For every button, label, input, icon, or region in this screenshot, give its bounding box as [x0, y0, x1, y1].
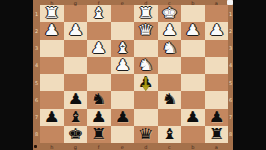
board-frame: ♜♝♜♚♟♟♛♟♟♟♟♝♞♟♞♟♟♞♞♟♝♟♟♟♟♚♜♛♝♜ 112233445…: [33, 0, 233, 150]
square-f1[interactable]: ♝: [87, 5, 111, 22]
rank-label-left-4: 4: [35, 63, 38, 68]
file-label-bottom-c: c: [168, 144, 171, 149]
square-a7[interactable]: ♟: [205, 109, 229, 126]
square-b5[interactable]: [181, 74, 205, 91]
white-pawn-c2-icon[interactable]: ♟: [161, 22, 177, 39]
square-h6[interactable]: [40, 91, 64, 108]
file-label-bottom-g: g: [74, 144, 77, 149]
square-d5[interactable]: ♟: [134, 74, 158, 91]
file-label-top-g: g: [74, 1, 77, 6]
chess-video-frame: ♜♝♜♚♟♟♛♟♟♟♟♝♞♟♞♟♟♞♞♟♝♟♟♟♟♚♜♛♝♜ 112233445…: [0, 0, 266, 150]
file-label-bottom-d: d: [144, 144, 147, 149]
rank-label-left-3: 3: [35, 46, 38, 51]
white-bishop-f1-icon[interactable]: ♝: [91, 5, 107, 22]
file-label-bottom-h: h: [50, 144, 53, 149]
square-a1[interactable]: [205, 5, 229, 22]
black-pawn-f7-icon[interactable]: ♟: [91, 109, 107, 126]
file-label-top-b: b: [191, 1, 194, 6]
square-h8[interactable]: [40, 126, 64, 143]
square-g6[interactable]: ♟: [64, 91, 88, 108]
file-label-bottom-b: b: [191, 144, 194, 149]
square-g8[interactable]: ♚: [64, 126, 88, 143]
square-e1[interactable]: [111, 5, 135, 22]
white-pawn-f3-icon[interactable]: ♟: [91, 40, 107, 57]
file-label-top-e: e: [121, 1, 124, 6]
file-label-bottom-a: a: [215, 144, 218, 149]
black-bishop-c8-icon[interactable]: ♝: [161, 126, 177, 143]
square-b1[interactable]: [181, 5, 205, 22]
rank-label-left-2: 2: [35, 28, 38, 33]
file-label-top-a: a: [215, 1, 218, 6]
square-h7[interactable]: ♟: [40, 109, 64, 126]
square-b3[interactable]: [181, 40, 205, 57]
black-knight-c6-icon[interactable]: ♞: [161, 91, 177, 108]
square-a5[interactable]: [205, 74, 229, 91]
black-pawn-a7-icon[interactable]: ♟: [208, 109, 224, 126]
square-e2[interactable]: [111, 22, 135, 39]
square-g5[interactable]: [64, 74, 88, 91]
square-b6[interactable]: [181, 91, 205, 108]
square-c1[interactable]: ♚: [158, 5, 182, 22]
file-label-top-f: f: [98, 1, 100, 6]
square-e3[interactable]: ♝: [111, 40, 135, 57]
rank-label-right-5: 5: [229, 80, 232, 85]
white-rook-d1-icon[interactable]: ♜: [138, 5, 154, 22]
white-king-c1-icon[interactable]: ♚: [161, 5, 177, 22]
square-b2[interactable]: ♟: [181, 22, 205, 39]
square-b7[interactable]: ♟: [181, 109, 205, 126]
rank-label-right-4: 4: [229, 63, 232, 68]
square-c7[interactable]: [158, 109, 182, 126]
white-pawn-e4-icon[interactable]: ♟: [114, 57, 130, 74]
square-d3[interactable]: [134, 40, 158, 57]
square-c5[interactable]: [158, 74, 182, 91]
square-g4[interactable]: [64, 57, 88, 74]
rank-label-right-3: 3: [229, 46, 232, 51]
square-d2[interactable]: ♛: [134, 22, 158, 39]
square-h2[interactable]: ♟: [40, 22, 64, 39]
square-d6[interactable]: [134, 91, 158, 108]
square-f3[interactable]: ♟: [87, 40, 111, 57]
square-f5[interactable]: [87, 74, 111, 91]
square-c3[interactable]: ♞: [158, 40, 182, 57]
square-d8[interactable]: ♛: [134, 126, 158, 143]
square-f8[interactable]: ♜: [87, 126, 111, 143]
square-h1[interactable]: ♜: [40, 5, 64, 22]
rank-label-right-7: 7: [229, 115, 232, 120]
file-label-top-d: d: [144, 1, 147, 6]
white-bishop-e3-icon[interactable]: ♝: [114, 40, 130, 57]
file-label-bottom-f: f: [98, 144, 100, 149]
square-h5[interactable]: [40, 74, 64, 91]
file-label-bottom-e: e: [121, 144, 124, 149]
white-rook-h1-icon[interactable]: ♜: [44, 5, 60, 22]
black-knight-f6-icon[interactable]: ♞: [91, 91, 107, 108]
square-b8[interactable]: [181, 126, 205, 143]
square-g1[interactable]: [64, 5, 88, 22]
square-a2[interactable]: ♟: [205, 22, 229, 39]
square-c6[interactable]: ♞: [158, 91, 182, 108]
corner-icon: [227, 0, 233, 5]
square-c8[interactable]: ♝: [158, 126, 182, 143]
square-d7[interactable]: [134, 109, 158, 126]
square-e5[interactable]: [111, 74, 135, 91]
square-c2[interactable]: ♟: [158, 22, 182, 39]
square-d4[interactable]: ♞: [134, 57, 158, 74]
black-rook-a8-icon[interactable]: ♜: [208, 126, 224, 143]
rank-label-right-8: 8: [229, 132, 232, 137]
square-f7[interactable]: ♟: [87, 109, 111, 126]
square-b4[interactable]: [181, 57, 205, 74]
black-king-g8-icon[interactable]: ♚: [67, 126, 83, 143]
square-c4[interactable]: [158, 57, 182, 74]
white-pawn-h2-icon[interactable]: ♟: [44, 22, 60, 39]
black-queen-d8-icon[interactable]: ♛: [138, 126, 154, 143]
black-pawn-d5-icon[interactable]: ♟: [138, 74, 154, 91]
square-a4[interactable]: [205, 57, 229, 74]
white-knight-c3-icon[interactable]: ♞: [161, 40, 177, 57]
corner-dot: [34, 145, 37, 148]
square-h4[interactable]: [40, 57, 64, 74]
square-a8[interactable]: ♜: [205, 126, 229, 143]
square-h3[interactable]: [40, 40, 64, 57]
square-d1[interactable]: ♜: [134, 5, 158, 22]
square-g3[interactable]: [64, 40, 88, 57]
square-e4[interactable]: ♟: [111, 57, 135, 74]
square-g2[interactable]: ♟: [64, 22, 88, 39]
rank-label-left-5: 5: [35, 80, 38, 85]
white-pawn-b2-icon[interactable]: ♟: [185, 22, 201, 39]
black-pawn-b7-icon[interactable]: ♟: [185, 109, 201, 126]
square-f4[interactable]: [87, 57, 111, 74]
rank-label-right-1: 1: [229, 11, 232, 16]
square-e7[interactable]: ♟: [111, 109, 135, 126]
black-pawn-g6-icon[interactable]: ♟: [67, 91, 83, 108]
rank-label-right-2: 2: [229, 28, 232, 33]
square-e8[interactable]: [111, 126, 135, 143]
white-pawn-a2-icon[interactable]: ♟: [208, 22, 224, 39]
square-f6[interactable]: ♞: [87, 91, 111, 108]
square-e6[interactable]: [111, 91, 135, 108]
file-label-top-c: c: [168, 1, 171, 6]
square-f2[interactable]: [87, 22, 111, 39]
rank-label-left-6: 6: [35, 97, 38, 102]
black-rook-f8-icon[interactable]: ♜: [91, 126, 107, 143]
rank-label-right-6: 6: [229, 97, 232, 102]
rank-label-left-1: 1: [35, 11, 38, 16]
square-g7[interactable]: ♝: [64, 109, 88, 126]
white-knight-d4-icon[interactable]: ♞: [138, 57, 154, 74]
square-a6[interactable]: [205, 91, 229, 108]
chess-board: ♜♝♜♚♟♟♛♟♟♟♟♝♞♟♞♟♟♞♞♟♝♟♟♟♟♚♜♛♝♜: [40, 5, 228, 143]
rank-label-left-8: 8: [35, 132, 38, 137]
square-a3[interactable]: [205, 40, 229, 57]
white-queen-d2-icon[interactable]: ♛: [138, 22, 154, 39]
black-pawn-h7-icon[interactable]: ♟: [44, 109, 60, 126]
rank-label-left-7: 7: [35, 115, 38, 120]
black-bishop-g7-icon[interactable]: ♝: [67, 109, 83, 126]
file-label-top-h: h: [50, 1, 53, 6]
white-pawn-g2-icon[interactable]: ♟: [67, 22, 83, 39]
black-pawn-e7-icon[interactable]: ♟: [114, 109, 130, 126]
